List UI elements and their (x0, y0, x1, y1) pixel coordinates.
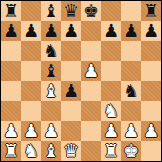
square-c5[interactable]: ♝ (41, 61, 61, 81)
square-f2[interactable]: ♟ (101, 121, 121, 141)
piece-white-king[interactable]: ♚ (121, 141, 141, 161)
piece-black-king[interactable]: ♚ (81, 1, 101, 21)
square-e6[interactable] (81, 41, 101, 61)
piece-white-pawn[interactable]: ♟ (21, 121, 41, 141)
square-c2[interactable]: ♟ (41, 121, 61, 141)
square-a6[interactable] (1, 41, 21, 61)
piece-black-bishop[interactable]: ♝ (41, 1, 61, 21)
square-a1[interactable]: ♜ (1, 141, 21, 161)
piece-white-queen[interactable]: ♛ (61, 141, 81, 161)
piece-black-pawn[interactable]: ♟ (21, 21, 41, 41)
piece-black-pawn[interactable]: ♟ (41, 21, 61, 41)
chess-app: ♜♝♛♚♜♟♟♟♟♟♟♟♞♝♟♝♟♞♞♟♟♟♟♟♟♜♞♝♛♜♚ (0, 0, 162, 162)
square-d3[interactable] (61, 101, 81, 121)
square-e3[interactable] (81, 101, 101, 121)
piece-white-knight[interactable]: ♞ (101, 101, 121, 121)
piece-white-rook[interactable]: ♜ (1, 141, 21, 161)
square-f8[interactable] (101, 1, 121, 21)
square-d2[interactable] (61, 121, 81, 141)
square-b5[interactable] (21, 61, 41, 81)
square-a7[interactable]: ♟ (1, 21, 21, 41)
piece-white-rook[interactable]: ♜ (101, 141, 121, 161)
square-g2[interactable]: ♟ (121, 121, 141, 141)
square-f7[interactable]: ♟ (101, 21, 121, 41)
piece-white-pawn[interactable]: ♟ (141, 121, 161, 141)
piece-black-rook[interactable]: ♜ (1, 1, 21, 21)
square-h3[interactable] (141, 101, 161, 121)
square-g5[interactable] (121, 61, 141, 81)
square-g8[interactable] (121, 1, 141, 21)
square-c7[interactable]: ♟ (41, 21, 61, 41)
square-h7[interactable]: ♟ (141, 21, 161, 41)
square-e2[interactable] (81, 121, 101, 141)
piece-black-bishop[interactable]: ♝ (41, 61, 61, 81)
square-g6[interactable] (121, 41, 141, 61)
square-b2[interactable]: ♟ (21, 121, 41, 141)
piece-white-pawn[interactable]: ♟ (101, 121, 121, 141)
square-h4[interactable] (141, 81, 161, 101)
square-g1[interactable]: ♚ (121, 141, 141, 161)
square-g4[interactable]: ♞ (121, 81, 141, 101)
square-a5[interactable] (1, 61, 21, 81)
square-b4[interactable] (21, 81, 41, 101)
square-f6[interactable] (101, 41, 121, 61)
square-h8[interactable]: ♜ (141, 1, 161, 21)
piece-white-knight[interactable]: ♞ (21, 141, 41, 161)
square-b3[interactable] (21, 101, 41, 121)
square-g7[interactable]: ♟ (121, 21, 141, 41)
square-b7[interactable]: ♟ (21, 21, 41, 41)
square-b6[interactable] (21, 41, 41, 61)
square-d7[interactable]: ♟ (61, 21, 81, 41)
square-e5[interactable]: ♟ (81, 61, 101, 81)
chess-board: ♜♝♛♚♜♟♟♟♟♟♟♟♞♝♟♝♟♞♞♟♟♟♟♟♟♜♞♝♛♜♚ (0, 0, 162, 162)
square-d6[interactable] (61, 41, 81, 61)
piece-black-pawn[interactable]: ♟ (61, 81, 81, 101)
piece-white-pawn[interactable]: ♟ (81, 61, 101, 81)
square-f3[interactable]: ♞ (101, 101, 121, 121)
square-d5[interactable] (61, 61, 81, 81)
piece-black-pawn[interactable]: ♟ (141, 21, 161, 41)
piece-black-rook[interactable]: ♜ (141, 1, 161, 21)
square-c3[interactable] (41, 101, 61, 121)
square-c1[interactable]: ♝ (41, 141, 61, 161)
square-h5[interactable] (141, 61, 161, 81)
square-d1[interactable]: ♛ (61, 141, 81, 161)
square-h6[interactable] (141, 41, 161, 61)
square-e4[interactable] (81, 81, 101, 101)
square-d8[interactable]: ♛ (61, 1, 81, 21)
square-c8[interactable]: ♝ (41, 1, 61, 21)
piece-white-pawn[interactable]: ♟ (41, 121, 61, 141)
piece-black-knight[interactable]: ♞ (121, 81, 141, 101)
square-f5[interactable] (101, 61, 121, 81)
piece-white-bishop[interactable]: ♝ (41, 141, 61, 161)
square-a3[interactable] (1, 101, 21, 121)
square-f4[interactable] (101, 81, 121, 101)
piece-black-pawn[interactable]: ♟ (1, 21, 21, 41)
square-d4[interactable]: ♟ (61, 81, 81, 101)
square-g3[interactable] (121, 101, 141, 121)
square-a2[interactable]: ♟ (1, 121, 21, 141)
square-h1[interactable] (141, 141, 161, 161)
square-a4[interactable] (1, 81, 21, 101)
square-f1[interactable]: ♜ (101, 141, 121, 161)
piece-white-bishop[interactable]: ♝ (41, 81, 61, 101)
piece-black-knight[interactable]: ♞ (41, 41, 61, 61)
square-h2[interactable]: ♟ (141, 121, 161, 141)
square-e8[interactable]: ♚ (81, 1, 101, 21)
square-a8[interactable]: ♜ (1, 1, 21, 21)
piece-black-pawn[interactable]: ♟ (121, 21, 141, 41)
square-b1[interactable]: ♞ (21, 141, 41, 161)
square-b8[interactable] (21, 1, 41, 21)
piece-black-queen[interactable]: ♛ (61, 1, 81, 21)
piece-black-pawn[interactable]: ♟ (61, 21, 81, 41)
square-e7[interactable] (81, 21, 101, 41)
piece-white-pawn[interactable]: ♟ (1, 121, 21, 141)
square-c6[interactable]: ♞ (41, 41, 61, 61)
piece-white-pawn[interactable]: ♟ (121, 121, 141, 141)
piece-black-pawn[interactable]: ♟ (101, 21, 121, 41)
square-c4[interactable]: ♝ (41, 81, 61, 101)
square-e1[interactable] (81, 141, 101, 161)
